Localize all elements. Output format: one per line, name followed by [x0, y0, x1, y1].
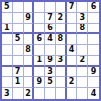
cell-r8c1[interactable] — [2, 77, 13, 88]
given-digit: 8 — [80, 24, 86, 32]
cell-r7c8[interactable] — [77, 67, 88, 78]
cell-r7c1[interactable] — [2, 67, 13, 78]
cell-r6c3[interactable] — [24, 56, 35, 67]
cell-r8c5[interactable]: 5 — [45, 77, 56, 88]
given-digit: 6 — [91, 3, 97, 11]
given-digit: 7 — [47, 14, 53, 22]
given-digit: 3 — [4, 90, 10, 98]
given-digit: 5 — [15, 35, 21, 43]
cell-r7c3[interactable] — [24, 67, 35, 78]
cell-r7c2[interactable]: 7 — [13, 67, 24, 78]
cell-r9c9[interactable]: 4 — [88, 88, 99, 99]
cell-r7c4[interactable] — [34, 67, 45, 78]
cell-r2c9[interactable] — [88, 13, 99, 24]
cell-r2c4[interactable] — [34, 13, 45, 24]
cell-r1c8[interactable] — [77, 2, 88, 13]
given-digit: 9 — [47, 56, 53, 64]
cell-r9c6[interactable] — [56, 88, 67, 99]
cell-r2c3[interactable]: 9 — [24, 13, 35, 24]
cell-r8c4[interactable]: 9 — [34, 77, 45, 88]
cell-r9c1[interactable]: 3 — [2, 88, 13, 99]
cell-r3c9[interactable] — [88, 24, 99, 35]
given-digit: 2 — [57, 14, 63, 22]
cell-r9c7[interactable] — [67, 88, 78, 99]
cell-r3c6[interactable] — [56, 24, 67, 35]
given-digit: 8 — [57, 35, 63, 43]
cell-r7c5[interactable]: 3 — [45, 67, 56, 78]
cell-r2c2[interactable] — [13, 13, 24, 24]
cell-r6c9[interactable] — [88, 56, 99, 67]
given-digit: 7 — [15, 68, 21, 76]
cell-r5c7[interactable]: 4 — [67, 45, 78, 56]
cell-r2c1[interactable] — [2, 13, 13, 24]
cell-r4c4[interactable]: 6 — [34, 34, 45, 45]
given-digit: 3 — [57, 56, 63, 64]
cell-r6c7[interactable] — [67, 56, 78, 67]
cell-r6c4[interactable]: 1 — [34, 56, 45, 67]
cell-r6c8[interactable]: 2 — [77, 56, 88, 67]
cell-r2c5[interactable]: 7 — [45, 13, 56, 24]
cell-r6c6[interactable]: 3 — [56, 56, 67, 67]
cell-r2c8[interactable]: 3 — [77, 13, 88, 24]
cell-r8c9[interactable] — [88, 77, 99, 88]
cell-r3c1[interactable]: 1 — [2, 24, 13, 35]
sudoku-board: 576972316856488419327391952324 — [0, 0, 101, 101]
given-digit: 3 — [80, 14, 86, 22]
cell-r1c6[interactable] — [56, 2, 67, 13]
cell-r1c2[interactable] — [13, 2, 24, 13]
given-digit: 8 — [25, 46, 31, 54]
cell-r5c3[interactable]: 8 — [24, 45, 35, 56]
given-digit: 9 — [36, 78, 42, 86]
cell-r7c9[interactable]: 9 — [88, 67, 99, 78]
cell-r1c4[interactable] — [34, 2, 45, 13]
cell-r3c4[interactable] — [34, 24, 45, 35]
cell-r2c6[interactable]: 2 — [56, 13, 67, 24]
cell-r5c8[interactable] — [77, 45, 88, 56]
cell-r4c8[interactable] — [77, 34, 88, 45]
cell-r5c2[interactable] — [13, 45, 24, 56]
given-digit: 2 — [69, 78, 75, 86]
given-digit: 7 — [69, 3, 75, 11]
cell-r5c9[interactable] — [88, 45, 99, 56]
cell-r9c2[interactable] — [13, 88, 24, 99]
cell-r8c6[interactable] — [56, 77, 67, 88]
cell-r4c7[interactable] — [67, 34, 78, 45]
cell-r7c7[interactable] — [67, 67, 78, 78]
cell-r8c7[interactable]: 2 — [67, 77, 78, 88]
cell-r4c9[interactable] — [88, 34, 99, 45]
cell-r1c7[interactable]: 7 — [67, 2, 78, 13]
given-digit: 4 — [91, 90, 97, 98]
given-digit: 1 — [36, 56, 42, 64]
cell-r3c7[interactable] — [67, 24, 78, 35]
cell-r9c8[interactable] — [77, 88, 88, 99]
cell-r6c5[interactable]: 9 — [45, 56, 56, 67]
given-digit: 9 — [25, 14, 31, 22]
given-digit: 6 — [47, 24, 53, 32]
given-digit: 1 — [15, 78, 21, 86]
given-digit: 1 — [4, 24, 10, 32]
cell-r6c2[interactable] — [13, 56, 24, 67]
cell-r1c3[interactable] — [24, 2, 35, 13]
cell-r1c1[interactable]: 5 — [2, 2, 13, 13]
cell-r5c1[interactable] — [2, 45, 13, 56]
cell-r8c3[interactable] — [24, 77, 35, 88]
given-digit: 6 — [36, 35, 42, 43]
given-digit: 2 — [80, 56, 86, 64]
cell-r3c3[interactable] — [24, 24, 35, 35]
given-digit: 3 — [47, 68, 53, 76]
cell-r4c6[interactable]: 8 — [56, 34, 67, 45]
cell-r7c6[interactable] — [56, 67, 67, 78]
cell-r8c2[interactable]: 1 — [13, 77, 24, 88]
cell-r3c2[interactable] — [13, 24, 24, 35]
given-digit: 2 — [25, 90, 31, 98]
cell-r8c8[interactable] — [77, 77, 88, 88]
cell-r2c7[interactable] — [67, 13, 78, 24]
given-digit: 9 — [91, 68, 97, 76]
cell-r9c5[interactable] — [45, 88, 56, 99]
cell-r5c6[interactable] — [56, 45, 67, 56]
given-digit: 5 — [4, 3, 10, 11]
cell-r5c5[interactable] — [45, 45, 56, 56]
cell-r4c5[interactable]: 4 — [45, 34, 56, 45]
cell-r5c4[interactable] — [34, 45, 45, 56]
cell-r9c4[interactable] — [34, 88, 45, 99]
given-digit: 5 — [47, 78, 53, 86]
cell-r3c5[interactable]: 6 — [45, 24, 56, 35]
cell-r4c2[interactable]: 5 — [13, 34, 24, 45]
cell-r1c9[interactable]: 6 — [88, 2, 99, 13]
cell-r4c1[interactable] — [2, 34, 13, 45]
given-digit: 4 — [69, 46, 75, 54]
cell-r6c1[interactable] — [2, 56, 13, 67]
cell-r9c3[interactable]: 2 — [24, 88, 35, 99]
cell-r3c8[interactable]: 8 — [77, 24, 88, 35]
cell-r1c5[interactable] — [45, 2, 56, 13]
given-digit: 4 — [47, 35, 53, 43]
cell-r4c3[interactable] — [24, 34, 35, 45]
